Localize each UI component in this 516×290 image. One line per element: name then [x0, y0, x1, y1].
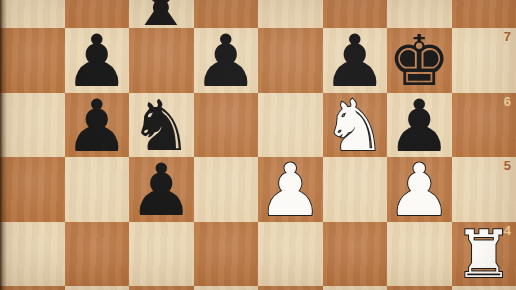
square-c8[interactable]: ♝ — [129, 0, 194, 28]
square-e3[interactable] — [258, 286, 323, 290]
rank-label-6: 6 — [504, 95, 511, 108]
square-g5[interactable]: ♟ — [387, 157, 452, 222]
square-h3[interactable] — [452, 286, 516, 290]
square-e5[interactable]: ♟ — [258, 157, 323, 222]
square-f4[interactable] — [323, 222, 388, 287]
square-a4[interactable] — [0, 222, 65, 287]
square-f5[interactable] — [323, 157, 388, 222]
square-h6[interactable]: 6 — [452, 93, 516, 158]
piece-white-pawn[interactable]: ♟ — [387, 154, 452, 226]
square-c4[interactable] — [129, 222, 194, 287]
square-c5[interactable]: ♟ — [129, 157, 194, 222]
square-c7[interactable] — [129, 28, 194, 93]
square-a7[interactable] — [0, 28, 65, 93]
square-b3[interactable] — [65, 286, 130, 290]
piece-white-pawn[interactable]: ♟ — [258, 154, 323, 226]
square-f3[interactable] — [323, 286, 388, 290]
square-a8[interactable] — [0, 0, 65, 28]
square-h5[interactable]: 5 — [452, 157, 516, 222]
square-f7[interactable]: ♟ — [323, 28, 388, 93]
piece-black-pawn[interactable]: ♟ — [64, 90, 129, 162]
square-h7[interactable]: 7 — [452, 28, 516, 93]
square-g4[interactable] — [387, 222, 452, 287]
rank-label-5: 5 — [504, 159, 511, 172]
piece-white-knight[interactable]: ♞ — [323, 91, 386, 161]
square-e7[interactable] — [258, 28, 323, 93]
chess-board: ♝♟♟♟♚7♟♞♞♟6♟♟♟5♜4 — [0, 0, 516, 290]
rank-label-7: 7 — [504, 30, 511, 43]
piece-black-pawn[interactable]: ♟ — [129, 154, 194, 226]
square-b6[interactable]: ♟ — [65, 93, 130, 158]
square-d6[interactable] — [194, 93, 259, 158]
square-d4[interactable] — [194, 222, 259, 287]
square-h8[interactable] — [452, 0, 516, 28]
square-d7[interactable]: ♟ — [194, 28, 259, 93]
square-f6[interactable]: ♞ — [323, 93, 388, 158]
square-g3[interactable] — [387, 286, 452, 290]
square-h4[interactable]: ♜4 — [452, 222, 516, 287]
square-d3[interactable] — [194, 286, 259, 290]
square-b4[interactable] — [65, 222, 130, 287]
square-e4[interactable] — [258, 222, 323, 287]
piece-black-pawn[interactable]: ♟ — [193, 25, 258, 97]
square-a5[interactable] — [0, 157, 65, 222]
chess-board-viewport: ♝♟♟♟♚7♟♞♞♟6♟♟♟5♜4 — [0, 0, 516, 290]
rank-label-4: 4 — [504, 224, 511, 237]
square-d5[interactable] — [194, 157, 259, 222]
square-c3[interactable] — [129, 286, 194, 290]
square-e8[interactable] — [258, 0, 323, 28]
square-a3[interactable] — [0, 286, 65, 290]
square-b5[interactable] — [65, 157, 130, 222]
square-a6[interactable] — [0, 93, 65, 158]
